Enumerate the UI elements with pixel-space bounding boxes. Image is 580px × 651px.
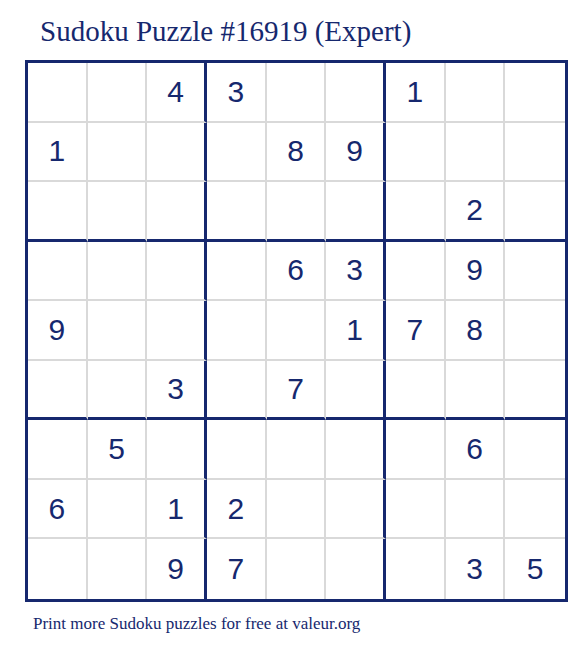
- sudoku-cell-r1c3-given: 4: [147, 63, 207, 123]
- sudoku-cell-r6c8-empty: [446, 361, 506, 421]
- page-title: Sudoku Puzzle #16919 (Expert): [40, 16, 411, 48]
- sudoku-cell-r2c2-empty: [88, 123, 148, 183]
- sudoku-cell-r8c4-given: 2: [207, 480, 267, 540]
- sudoku-cell-r6c9-empty: [505, 361, 565, 421]
- sudoku-cell-r1c9-empty: [505, 63, 565, 123]
- sudoku-cell-r3c6-empty: [326, 182, 386, 242]
- sudoku-cell-r4c1-empty: [28, 242, 88, 302]
- sudoku-cell-r1c5-empty: [267, 63, 327, 123]
- sudoku-cell-r1c4-given: 3: [207, 63, 267, 123]
- footer-text: Print more Sudoku puzzles for free at va…: [33, 614, 360, 634]
- sudoku-cell-r4c8-given: 9: [446, 242, 506, 302]
- sudoku-cell-r6c3-given: 3: [147, 361, 207, 421]
- sudoku-cell-r2c8-empty: [446, 123, 506, 183]
- sudoku-cell-r3c2-empty: [88, 182, 148, 242]
- sudoku-cell-r9c8-given: 3: [446, 539, 506, 599]
- sudoku-cell-r2c1-given: 1: [28, 123, 88, 183]
- sudoku-cell-r8c9-empty: [505, 480, 565, 540]
- sudoku-cell-r2c7-empty: [386, 123, 446, 183]
- sudoku-cell-r6c5-given: 7: [267, 361, 327, 421]
- sudoku-cell-r4c7-empty: [386, 242, 446, 302]
- sudoku-cell-r7c6-empty: [326, 420, 386, 480]
- sudoku-cell-r4c2-empty: [88, 242, 148, 302]
- sudoku-cell-r8c2-empty: [88, 480, 148, 540]
- sudoku-cell-r6c7-empty: [386, 361, 446, 421]
- sudoku-cell-r9c3-given: 9: [147, 539, 207, 599]
- sudoku-cell-r8c7-empty: [386, 480, 446, 540]
- sudoku-cell-r4c4-empty: [207, 242, 267, 302]
- sudoku-cell-r2c5-given: 8: [267, 123, 327, 183]
- sudoku-cell-r5c5-empty: [267, 301, 327, 361]
- sudoku-cell-r7c7-empty: [386, 420, 446, 480]
- sudoku-cell-r3c8-given: 2: [446, 182, 506, 242]
- sudoku-cell-r9c5-empty: [267, 539, 327, 599]
- sudoku-cell-r4c6-given: 3: [326, 242, 386, 302]
- sudoku-cell-r5c9-empty: [505, 301, 565, 361]
- sudoku-cell-r7c1-empty: [28, 420, 88, 480]
- sudoku-cell-r5c3-empty: [147, 301, 207, 361]
- sudoku-cell-r7c2-given: 5: [88, 420, 148, 480]
- sudoku-cell-r6c1-empty: [28, 361, 88, 421]
- sudoku-cell-r6c4-empty: [207, 361, 267, 421]
- sudoku-cell-r8c8-empty: [446, 480, 506, 540]
- sudoku-cell-r3c5-empty: [267, 182, 327, 242]
- sudoku-cell-r3c4-empty: [207, 182, 267, 242]
- sudoku-cell-r9c6-empty: [326, 539, 386, 599]
- sudoku-cell-r9c4-given: 7: [207, 539, 267, 599]
- sudoku-cell-r4c5-given: 6: [267, 242, 327, 302]
- sudoku-cell-r1c1-empty: [28, 63, 88, 123]
- sudoku-cell-r2c4-empty: [207, 123, 267, 183]
- sudoku-cell-r5c8-given: 8: [446, 301, 506, 361]
- sudoku-cell-r5c6-given: 1: [326, 301, 386, 361]
- sudoku-cell-r1c6-empty: [326, 63, 386, 123]
- sudoku-cell-r5c4-empty: [207, 301, 267, 361]
- sudoku-cell-r4c9-empty: [505, 242, 565, 302]
- sudoku-cell-r1c2-empty: [88, 63, 148, 123]
- sudoku-cell-r6c2-empty: [88, 361, 148, 421]
- sudoku-cell-r6c6-empty: [326, 361, 386, 421]
- sudoku-cell-r1c7-given: 1: [386, 63, 446, 123]
- sudoku-cell-r3c9-empty: [505, 182, 565, 242]
- sudoku-cell-r3c3-empty: [147, 182, 207, 242]
- sudoku-cell-r8c1-given: 6: [28, 480, 88, 540]
- sudoku-cell-r9c2-empty: [88, 539, 148, 599]
- sudoku-cell-r7c5-empty: [267, 420, 327, 480]
- sudoku-cell-r3c1-empty: [28, 182, 88, 242]
- sudoku-cell-r5c7-given: 7: [386, 301, 446, 361]
- sudoku-cell-r7c8-given: 6: [446, 420, 506, 480]
- sudoku-board: 4311892639917837566129735: [25, 60, 568, 602]
- sudoku-cell-r3c7-empty: [386, 182, 446, 242]
- sudoku-cell-r2c6-given: 9: [326, 123, 386, 183]
- sudoku-cell-r9c9-given: 5: [505, 539, 565, 599]
- sudoku-cell-r9c1-empty: [28, 539, 88, 599]
- sudoku-cell-r7c4-empty: [207, 420, 267, 480]
- sudoku-cell-r7c9-empty: [505, 420, 565, 480]
- sudoku-cell-r2c3-empty: [147, 123, 207, 183]
- sudoku-cell-r1c8-empty: [446, 63, 506, 123]
- sudoku-cell-r4c3-empty: [147, 242, 207, 302]
- sudoku-cell-r8c6-empty: [326, 480, 386, 540]
- sudoku-cell-r8c5-empty: [267, 480, 327, 540]
- sudoku-cell-r2c9-empty: [505, 123, 565, 183]
- sudoku-cell-r7c3-empty: [147, 420, 207, 480]
- sudoku-page: Sudoku Puzzle #16919 (Expert) 4311892639…: [0, 0, 580, 651]
- sudoku-cell-r5c2-empty: [88, 301, 148, 361]
- sudoku-cell-r5c1-given: 9: [28, 301, 88, 361]
- sudoku-cell-r8c3-given: 1: [147, 480, 207, 540]
- sudoku-cell-r9c7-empty: [386, 539, 446, 599]
